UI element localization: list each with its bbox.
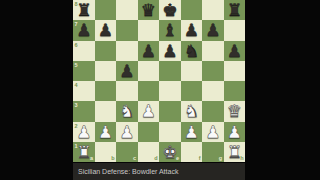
white-pawn[interactable]: ♟ xyxy=(227,121,242,141)
white-pawn[interactable]: ♟ xyxy=(119,121,134,141)
square-a4[interactable]: 4 xyxy=(73,81,95,101)
black-bishop[interactable]: ♝ xyxy=(162,20,177,40)
square-b4[interactable] xyxy=(95,81,117,101)
rank-label-5: 5 xyxy=(75,62,78,68)
square-e5[interactable] xyxy=(159,61,181,81)
square-f1[interactable]: f xyxy=(181,142,203,162)
square-c3[interactable]: ♞ xyxy=(116,101,138,121)
square-a6[interactable]: 6 xyxy=(73,41,95,61)
black-pawn[interactable]: ♟ xyxy=(141,40,156,60)
square-b6[interactable] xyxy=(95,41,117,61)
square-h1[interactable]: h♜ xyxy=(224,142,246,162)
square-c4[interactable] xyxy=(116,81,138,101)
square-d8[interactable]: ♛ xyxy=(138,0,160,20)
square-a1[interactable]: 1a♜ xyxy=(73,142,95,162)
square-d4[interactable] xyxy=(138,81,160,101)
square-h6[interactable]: ♟ xyxy=(224,41,246,61)
square-g3[interactable] xyxy=(202,101,224,121)
square-e7[interactable]: ♝ xyxy=(159,20,181,40)
square-c6[interactable] xyxy=(116,41,138,61)
square-d1[interactable]: d xyxy=(138,142,160,162)
white-rook[interactable]: ♜ xyxy=(227,141,242,161)
square-a7[interactable]: 7♟ xyxy=(73,20,95,40)
square-e2[interactable] xyxy=(159,122,181,142)
square-c7[interactable] xyxy=(116,20,138,40)
square-g8[interactable] xyxy=(202,0,224,20)
square-e8[interactable]: ♚ xyxy=(159,0,181,20)
video-frame: 8♜♛♚♜7♟♟♝♟♟6♟♟♞♟5♟43♞♟♞♛2♟♟♟♟♟♟1a♜bcde♚f… xyxy=(0,0,320,180)
white-king[interactable]: ♚ xyxy=(162,141,177,161)
square-b8[interactable] xyxy=(95,0,117,20)
black-pawn[interactable]: ♟ xyxy=(76,20,91,40)
white-pawn[interactable]: ♟ xyxy=(184,121,199,141)
opening-name: Sicilian Defense: Bowdler Attack xyxy=(73,168,178,175)
black-pawn[interactable]: ♟ xyxy=(119,60,134,80)
square-h8[interactable]: ♜ xyxy=(224,0,246,20)
file-label-c: c xyxy=(133,155,136,161)
file-label-d: d xyxy=(154,155,157,161)
white-rook[interactable]: ♜ xyxy=(76,141,91,161)
black-rook[interactable]: ♜ xyxy=(76,0,91,20)
square-b3[interactable] xyxy=(95,101,117,121)
square-f8[interactable] xyxy=(181,0,203,20)
square-d2[interactable] xyxy=(138,122,160,142)
square-a2[interactable]: 2♟ xyxy=(73,122,95,142)
square-g1[interactable]: g xyxy=(202,142,224,162)
white-pawn[interactable]: ♟ xyxy=(76,121,91,141)
white-pawn[interactable]: ♟ xyxy=(205,121,220,141)
black-king[interactable]: ♚ xyxy=(162,0,177,20)
rank-label-3: 3 xyxy=(75,102,78,108)
square-h5[interactable] xyxy=(224,61,246,81)
square-b1[interactable]: b xyxy=(95,142,117,162)
square-g4[interactable] xyxy=(202,81,224,101)
square-d3[interactable]: ♟ xyxy=(138,101,160,121)
opening-name-bar: Sicilian Defense: Bowdler Attack xyxy=(73,163,245,180)
square-f5[interactable] xyxy=(181,61,203,81)
white-knight[interactable]: ♞ xyxy=(184,101,199,121)
black-knight[interactable]: ♞ xyxy=(184,40,199,60)
white-knight[interactable]: ♞ xyxy=(119,101,134,121)
square-g6[interactable] xyxy=(202,41,224,61)
square-e3[interactable] xyxy=(159,101,181,121)
black-pawn[interactable]: ♟ xyxy=(162,40,177,60)
square-f7[interactable]: ♟ xyxy=(181,20,203,40)
square-c2[interactable]: ♟ xyxy=(116,122,138,142)
square-e4[interactable] xyxy=(159,81,181,101)
square-b5[interactable] xyxy=(95,61,117,81)
rank-label-6: 6 xyxy=(75,42,78,48)
square-d5[interactable] xyxy=(138,61,160,81)
square-d6[interactable]: ♟ xyxy=(138,41,160,61)
black-pawn[interactable]: ♟ xyxy=(205,20,220,40)
black-pawn[interactable]: ♟ xyxy=(98,20,113,40)
file-label-g: g xyxy=(219,155,222,161)
square-f6[interactable]: ♞ xyxy=(181,41,203,61)
square-c8[interactable] xyxy=(116,0,138,20)
square-a8[interactable]: 8♜ xyxy=(73,0,95,20)
square-h7[interactable] xyxy=(224,20,246,40)
square-g5[interactable] xyxy=(202,61,224,81)
square-f3[interactable]: ♞ xyxy=(181,101,203,121)
file-label-b: b xyxy=(111,155,114,161)
square-e1[interactable]: e♚ xyxy=(159,142,181,162)
square-e6[interactable]: ♟ xyxy=(159,41,181,61)
white-queen[interactable]: ♛ xyxy=(227,101,242,121)
square-g2[interactable]: ♟ xyxy=(202,122,224,142)
square-b7[interactable]: ♟ xyxy=(95,20,117,40)
square-d7[interactable] xyxy=(138,20,160,40)
square-b2[interactable]: ♟ xyxy=(95,122,117,142)
square-c5[interactable]: ♟ xyxy=(116,61,138,81)
white-pawn[interactable]: ♟ xyxy=(98,121,113,141)
square-a3[interactable]: 3 xyxy=(73,101,95,121)
square-h3[interactable]: ♛ xyxy=(224,101,246,121)
square-c1[interactable]: c xyxy=(116,142,138,162)
black-pawn[interactable]: ♟ xyxy=(227,40,242,60)
chess-board: 8♜♛♚♜7♟♟♝♟♟6♟♟♞♟5♟43♞♟♞♛2♟♟♟♟♟♟1a♜bcde♚f… xyxy=(73,0,245,162)
square-f4[interactable] xyxy=(181,81,203,101)
rank-label-4: 4 xyxy=(75,82,78,88)
square-g7[interactable]: ♟ xyxy=(202,20,224,40)
square-h2[interactable]: ♟ xyxy=(224,122,246,142)
square-a5[interactable]: 5 xyxy=(73,61,95,81)
square-f2[interactable]: ♟ xyxy=(181,122,203,142)
black-rook[interactable]: ♜ xyxy=(227,0,242,20)
white-pawn[interactable]: ♟ xyxy=(141,101,156,121)
black-queen[interactable]: ♛ xyxy=(141,0,156,20)
black-pawn[interactable]: ♟ xyxy=(184,20,199,40)
file-label-f: f xyxy=(199,155,201,161)
square-h4[interactable] xyxy=(224,81,246,101)
